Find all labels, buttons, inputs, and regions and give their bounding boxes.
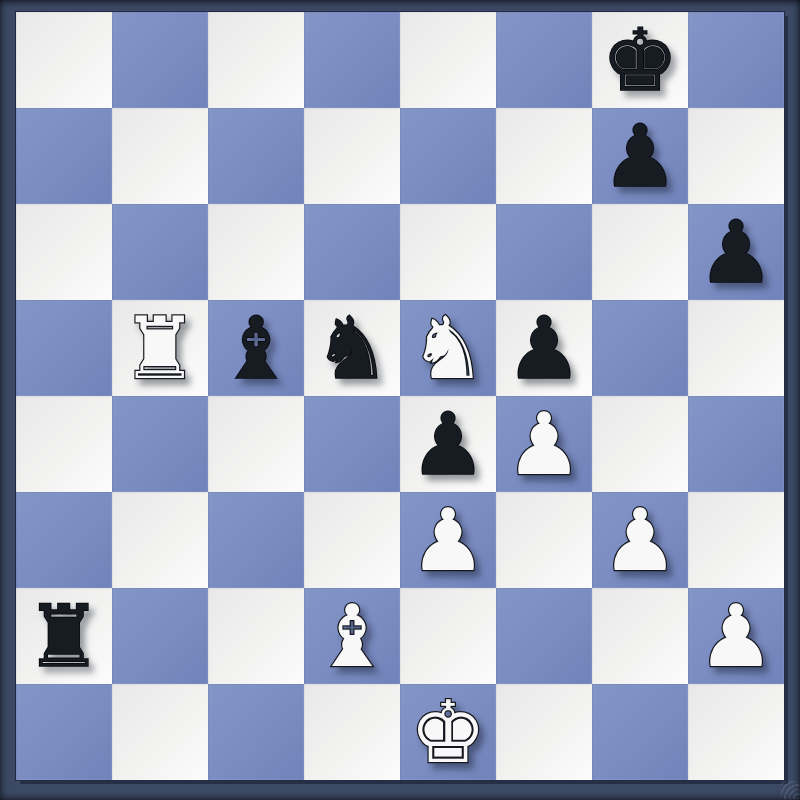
square-d2[interactable]: ♝ (304, 588, 400, 684)
white-bishop-icon: ♝ (313, 588, 390, 684)
square-d7[interactable] (304, 108, 400, 204)
square-a5[interactable] (16, 300, 112, 396)
square-c3[interactable] (208, 492, 304, 588)
black-pawn-icon: ♟ (409, 396, 486, 492)
square-e8[interactable] (400, 12, 496, 108)
square-d6[interactable] (304, 204, 400, 300)
square-f2[interactable] (496, 588, 592, 684)
black-bishop-icon: ♝ (217, 300, 294, 396)
square-e3[interactable]: ♟ (400, 492, 496, 588)
square-d4[interactable] (304, 396, 400, 492)
square-e6[interactable] (400, 204, 496, 300)
square-h8[interactable] (688, 12, 784, 108)
square-e1[interactable]: ♚ (400, 684, 496, 780)
black-rook-icon: ♜ (25, 588, 102, 684)
square-d3[interactable] (304, 492, 400, 588)
square-a1[interactable] (16, 684, 112, 780)
square-b8[interactable] (112, 12, 208, 108)
square-b5[interactable]: ♜ (112, 300, 208, 396)
square-e5[interactable]: ♞ (400, 300, 496, 396)
square-d5[interactable]: ♞ (304, 300, 400, 396)
square-a6[interactable] (16, 204, 112, 300)
square-b3[interactable] (112, 492, 208, 588)
square-c5[interactable]: ♝ (208, 300, 304, 396)
square-e7[interactable] (400, 108, 496, 204)
chess-board: ♚♟♟♜♝♞♞♟♟♟♟♟♜♝♟♚ (16, 12, 784, 780)
black-pawn-icon: ♟ (697, 204, 774, 300)
square-h3[interactable] (688, 492, 784, 588)
square-b7[interactable] (112, 108, 208, 204)
square-c6[interactable] (208, 204, 304, 300)
square-f6[interactable] (496, 204, 592, 300)
square-g8[interactable]: ♚ (592, 12, 688, 108)
white-pawn-icon: ♟ (601, 492, 678, 588)
square-h6[interactable]: ♟ (688, 204, 784, 300)
square-c7[interactable] (208, 108, 304, 204)
square-b4[interactable] (112, 396, 208, 492)
square-g7[interactable]: ♟ (592, 108, 688, 204)
corner-grip-decoration (781, 781, 799, 799)
square-c1[interactable] (208, 684, 304, 780)
black-knight-icon: ♞ (313, 300, 390, 396)
square-f4[interactable]: ♟ (496, 396, 592, 492)
white-pawn-icon: ♟ (697, 588, 774, 684)
square-a4[interactable] (16, 396, 112, 492)
square-b2[interactable] (112, 588, 208, 684)
square-b6[interactable] (112, 204, 208, 300)
square-d1[interactable] (304, 684, 400, 780)
square-h7[interactable] (688, 108, 784, 204)
square-b1[interactable] (112, 684, 208, 780)
square-h2[interactable]: ♟ (688, 588, 784, 684)
square-g4[interactable] (592, 396, 688, 492)
square-a2[interactable]: ♜ (16, 588, 112, 684)
black-king-icon: ♚ (601, 12, 678, 108)
square-c4[interactable] (208, 396, 304, 492)
square-g1[interactable] (592, 684, 688, 780)
square-g3[interactable]: ♟ (592, 492, 688, 588)
square-h1[interactable] (688, 684, 784, 780)
white-pawn-icon: ♟ (409, 492, 486, 588)
square-f7[interactable] (496, 108, 592, 204)
square-f8[interactable] (496, 12, 592, 108)
square-a8[interactable] (16, 12, 112, 108)
white-king-icon: ♚ (409, 684, 486, 780)
square-e4[interactable]: ♟ (400, 396, 496, 492)
square-f3[interactable] (496, 492, 592, 588)
square-e2[interactable] (400, 588, 496, 684)
white-rook-icon: ♜ (121, 300, 198, 396)
white-pawn-icon: ♟ (505, 396, 582, 492)
square-c8[interactable] (208, 12, 304, 108)
square-g2[interactable] (592, 588, 688, 684)
square-f1[interactable] (496, 684, 592, 780)
square-c2[interactable] (208, 588, 304, 684)
board-frame: ♚♟♟♜♝♞♞♟♟♟♟♟♜♝♟♚ (0, 0, 800, 800)
square-g6[interactable] (592, 204, 688, 300)
black-pawn-icon: ♟ (505, 300, 582, 396)
square-a3[interactable] (16, 492, 112, 588)
white-knight-icon: ♞ (409, 300, 486, 396)
black-pawn-icon: ♟ (601, 108, 678, 204)
square-f5[interactable]: ♟ (496, 300, 592, 396)
square-h4[interactable] (688, 396, 784, 492)
square-h5[interactable] (688, 300, 784, 396)
square-g5[interactable] (592, 300, 688, 396)
square-d8[interactable] (304, 12, 400, 108)
square-a7[interactable] (16, 108, 112, 204)
